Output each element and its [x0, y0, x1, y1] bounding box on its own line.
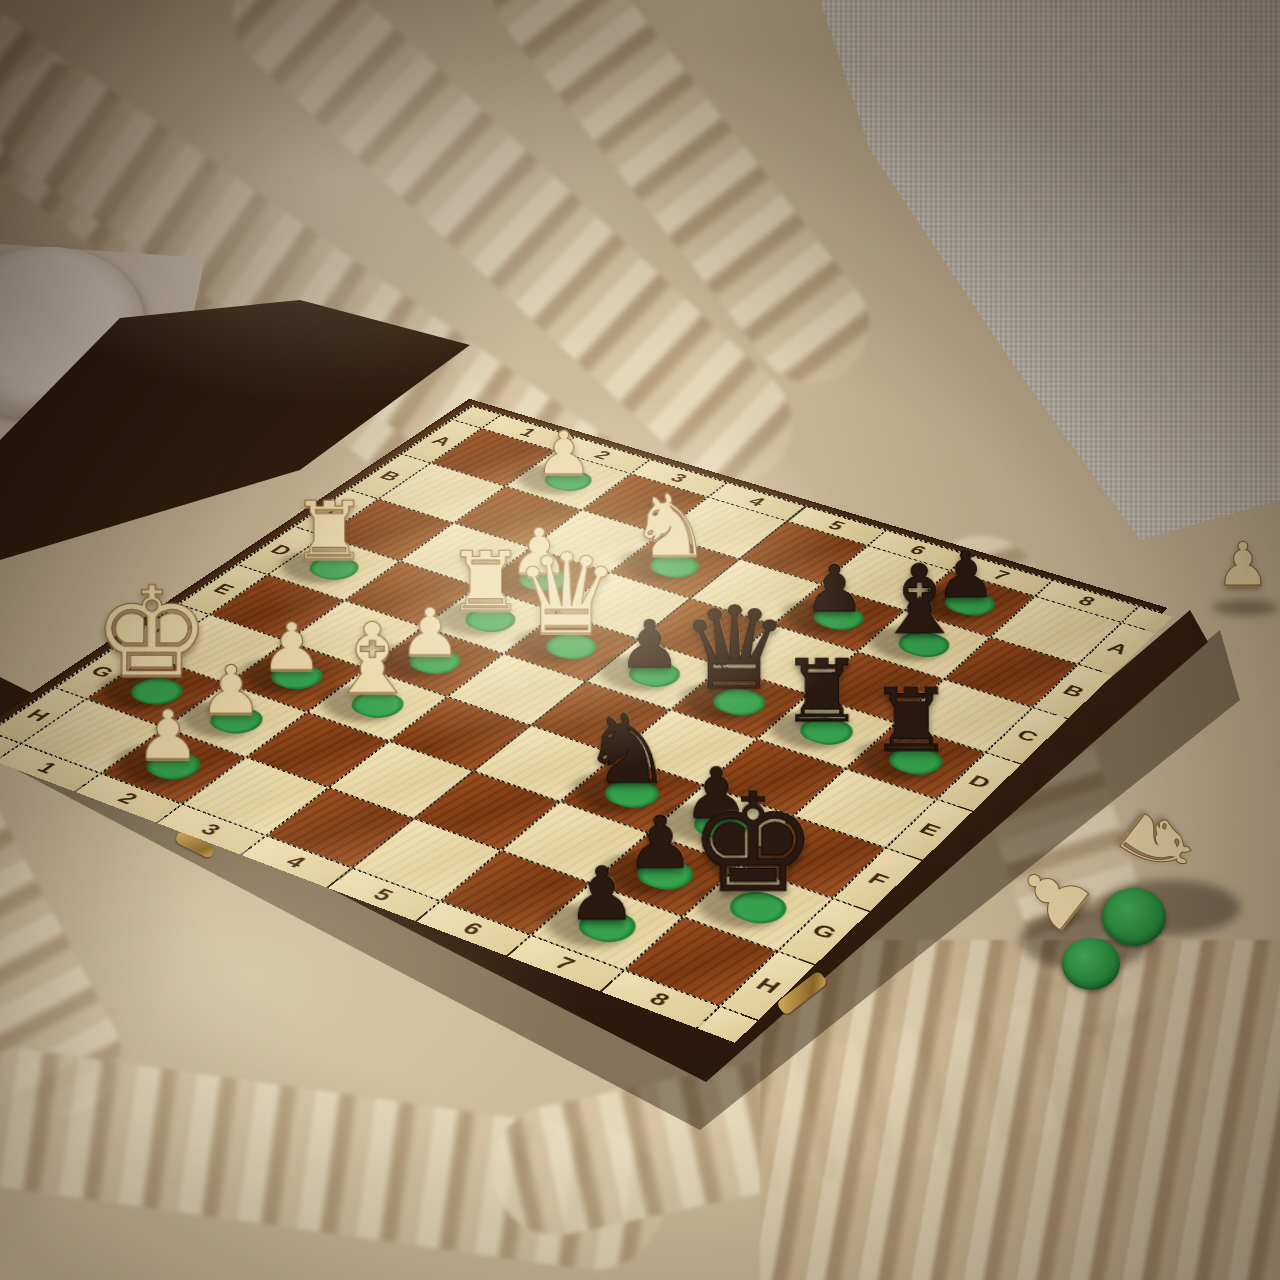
coordinate-label: E: [208, 581, 238, 597]
coordinate-label: 5: [824, 518, 849, 533]
white-pawn-h2[interactable]: ♟: [135, 701, 201, 770]
coordinate-label: 2: [590, 448, 615, 462]
white-knight-b4[interactable]: ♞: [629, 483, 712, 569]
captured-white-knight-lying[interactable]: ♞: [1080, 800, 1250, 960]
black-pawn-b6[interactable]: ♟: [804, 557, 866, 621]
pawn-glyph: ♟: [1216, 534, 1270, 594]
coordinate-label: 7: [549, 953, 581, 974]
coordinate-label: A: [427, 434, 456, 449]
coordinate-label: 6: [457, 918, 489, 939]
white-king-g1[interactable]: ♚: [92, 571, 212, 695]
coordinate-label: B: [1058, 682, 1088, 700]
coordinate-label: A: [1103, 640, 1132, 658]
white-pawn-a2[interactable]: ♟: [535, 423, 593, 483]
coordinate-label: 8: [1074, 593, 1099, 609]
black-knight-f6[interactable]: ♞: [581, 702, 673, 797]
green-felt-base: [1102, 888, 1166, 946]
coordinate-label: F: [863, 869, 894, 889]
coordinate-label: 5: [367, 885, 399, 905]
coordinate-label: 3: [195, 820, 226, 839]
white-bishop-f3[interactable]: ♝: [325, 610, 419, 708]
coordinate-label: H: [751, 974, 786, 997]
black-rook-d7[interactable]: ♜: [780, 648, 863, 734]
coordinate-label: 1: [32, 759, 63, 777]
coordinate-label: B: [375, 469, 404, 484]
white-queen-d4[interactable]: ♛: [513, 538, 620, 650]
white-pawn-f2[interactable]: ♟: [260, 614, 324, 680]
black-bishop-b7[interactable]: ♝: [874, 553, 966, 648]
coordinate-label: 4: [744, 494, 769, 508]
coordinate-label: D: [964, 772, 996, 792]
black-pawn-d5[interactable]: ♟: [618, 612, 681, 678]
black-rook-d8[interactable]: ♜: [869, 677, 953, 765]
coordinate-label: 2: [112, 789, 143, 808]
coordinate-label: 8: [644, 988, 676, 1010]
white-pawn-g2[interactable]: ♟: [199, 657, 264, 724]
coordinate-label: H: [21, 706, 55, 725]
coordinate-label: E: [915, 820, 946, 840]
coordinate-label: G: [807, 920, 843, 943]
white-rook-d1[interactable]: ♜: [290, 491, 367, 571]
black-king-g8[interactable]: ♚: [688, 776, 819, 912]
black-pawn-h7[interactable]: ♟: [567, 857, 637, 930]
black-queen-d6[interactable]: ♛: [680, 591, 790, 705]
coordinate-label: C: [1012, 726, 1043, 745]
coordinate-label: 4: [280, 852, 312, 872]
photo-scene: 12345678A♟♟AB♞♟♝BC♟CD♜♜♛♟♛♜♜DE♟EF♟♝♞♟FG♚…: [0, 0, 1280, 1280]
